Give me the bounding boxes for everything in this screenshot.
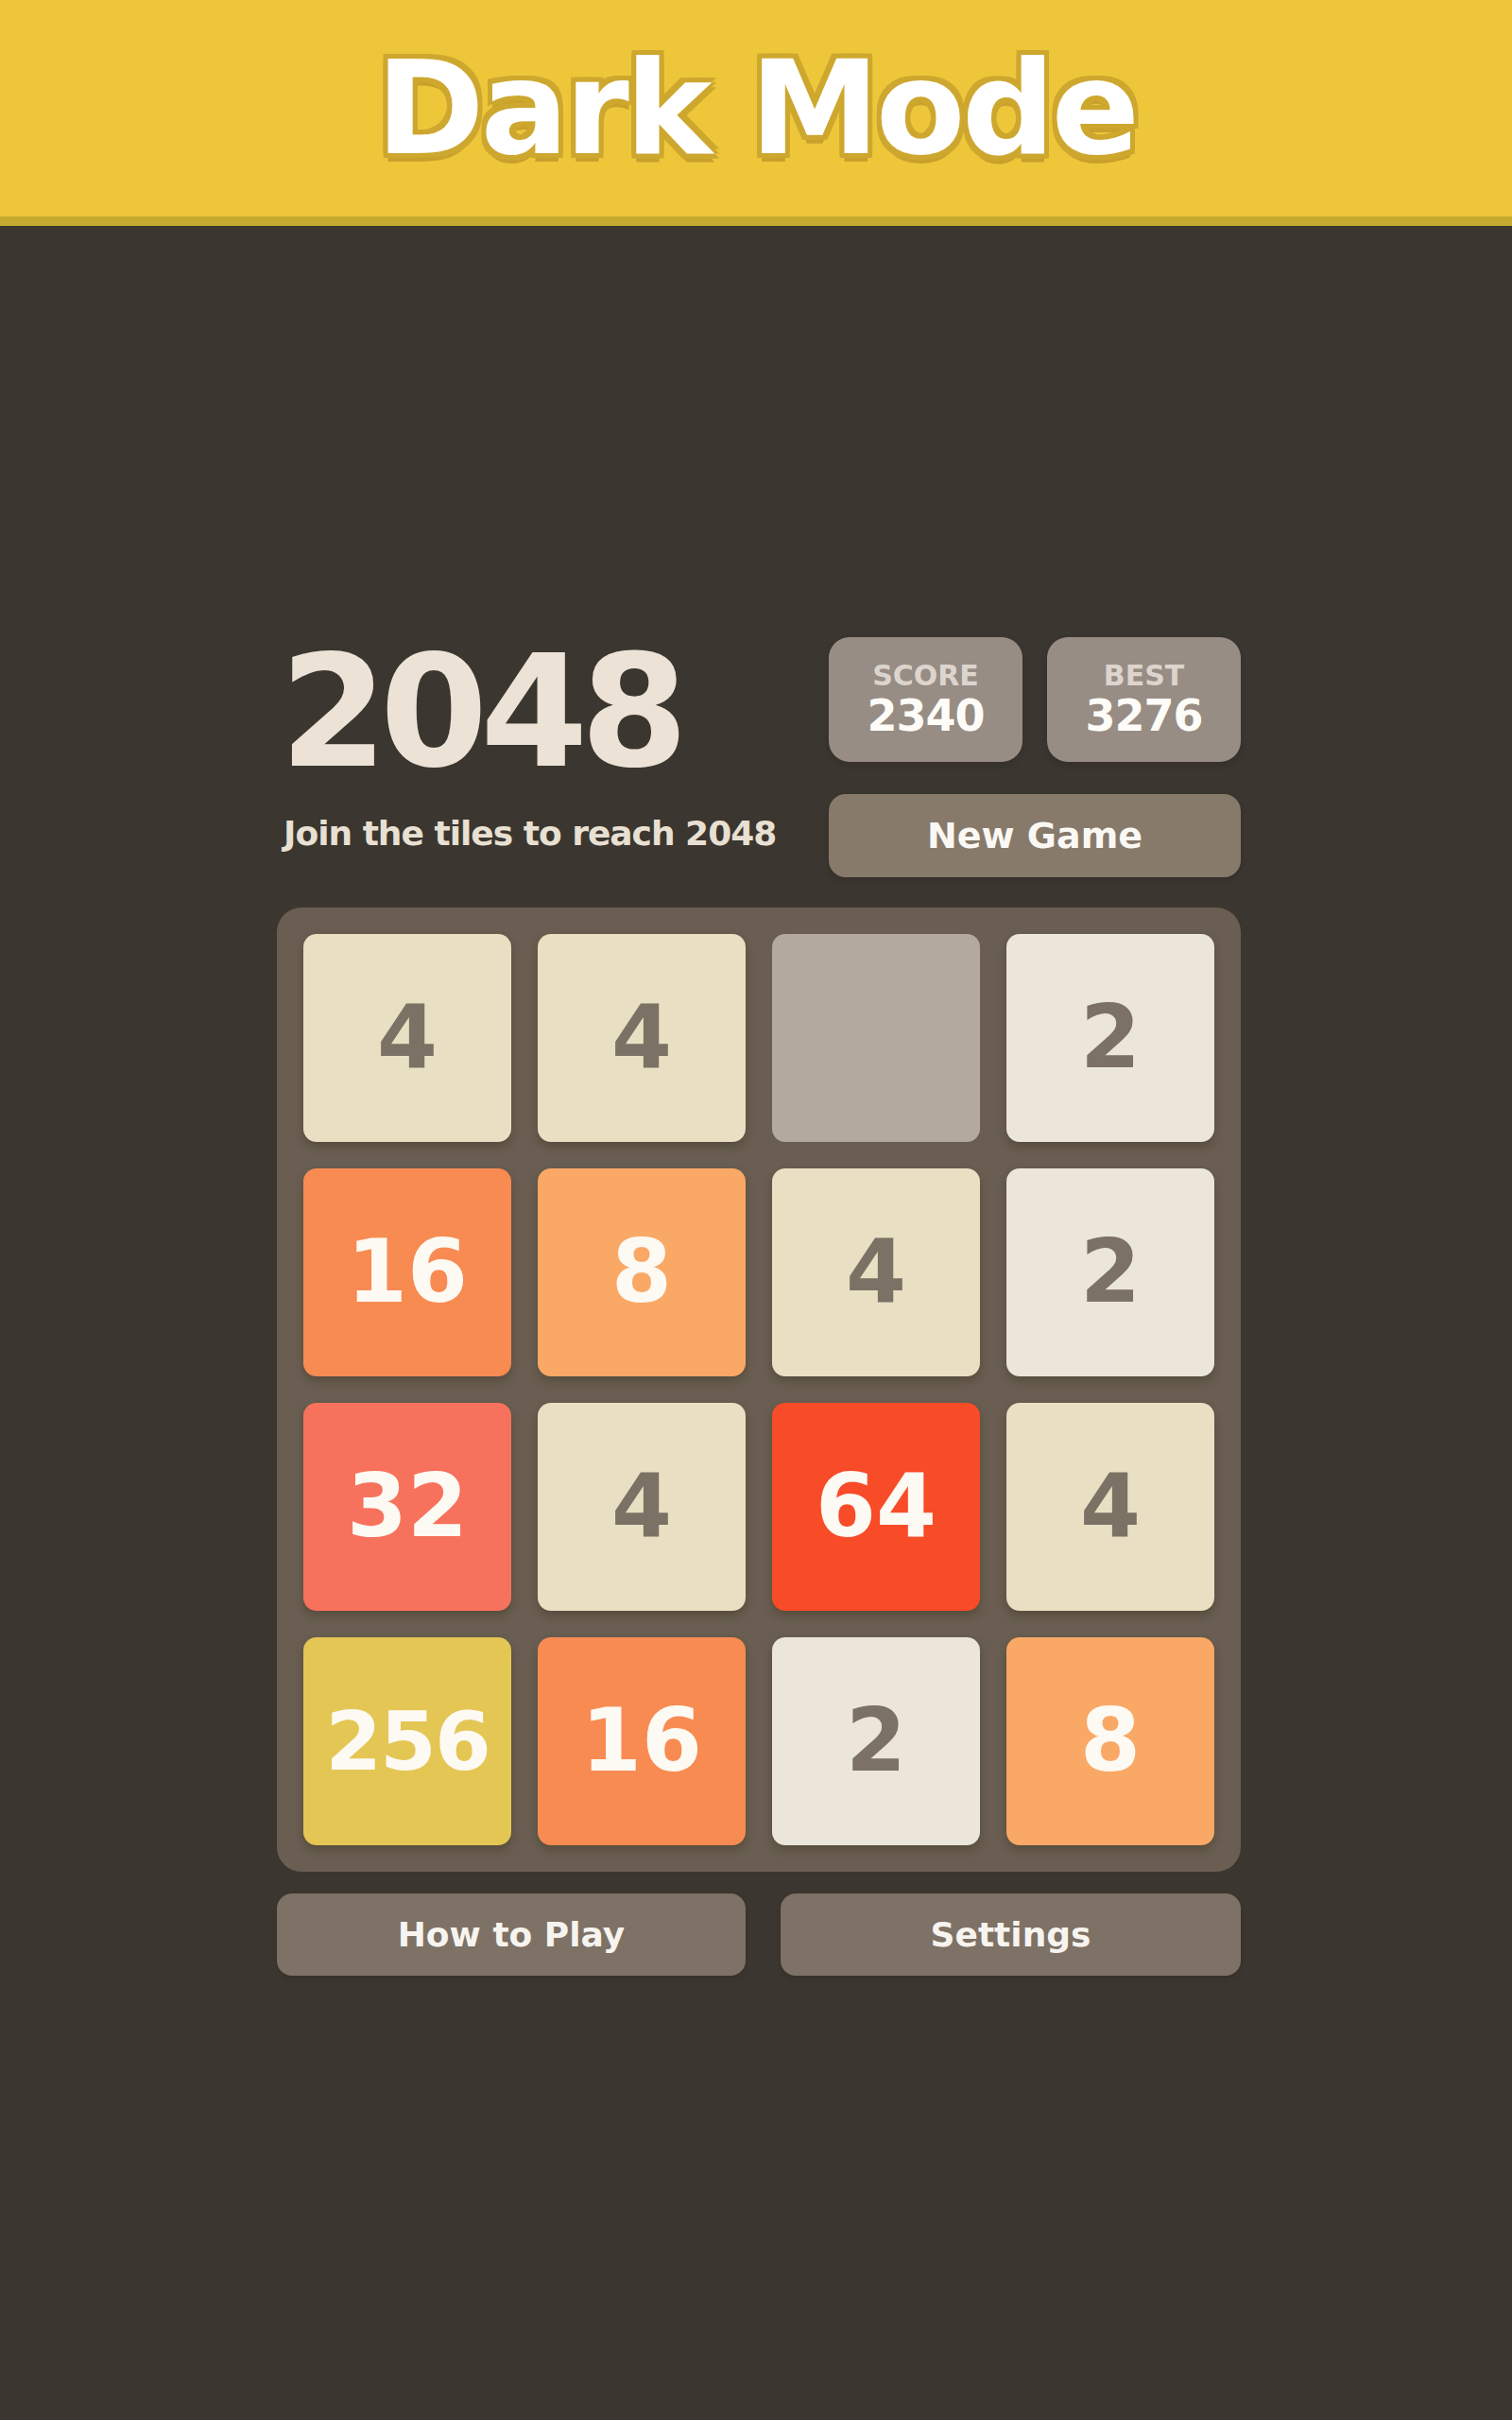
page-subtitle: Join the tiles to reach 2048	[283, 814, 776, 853]
tile-r1c4-2: 2	[1006, 934, 1214, 1142]
how-to-play-button[interactable]: How to Play	[277, 1893, 746, 1976]
tile-r3c1-32: 32	[303, 1403, 511, 1611]
tile-r4c2-16: 16	[538, 1637, 746, 1845]
banner-title: Dark Mode	[376, 43, 1136, 174]
page-title: 2048	[280, 635, 680, 790]
banner: Dark Mode	[0, 0, 1512, 216]
best-value: 3276	[1085, 693, 1202, 738]
best-label: BEST	[1104, 661, 1184, 691]
tile-r3c2-4: 4	[538, 1403, 746, 1611]
tile-r1c1-4: 4	[303, 934, 511, 1142]
score-label: SCORE	[872, 661, 979, 691]
tile-r3c4-4: 4	[1006, 1403, 1214, 1611]
new-game-button[interactable]: New Game	[829, 794, 1241, 877]
cell-r1c3-empty	[772, 934, 980, 1142]
game-board[interactable]: 442168423246442561628	[277, 907, 1241, 1872]
banner-strip	[0, 216, 1512, 226]
tile-r4c4-8: 8	[1006, 1637, 1214, 1845]
score-value: 2340	[867, 693, 984, 738]
tile-r4c1-256: 256	[303, 1637, 511, 1845]
tile-r3c3-64: 64	[772, 1403, 980, 1611]
tile-r2c1-16: 16	[303, 1168, 511, 1376]
tile-r4c3-2: 2	[772, 1637, 980, 1845]
tile-r1c2-4: 4	[538, 934, 746, 1142]
score-box: SCORE 2340	[829, 637, 1022, 762]
tile-r2c4-2: 2	[1006, 1168, 1214, 1376]
tile-r2c2-8: 8	[538, 1168, 746, 1376]
tile-r2c3-4: 4	[772, 1168, 980, 1376]
best-box: BEST 3276	[1047, 637, 1241, 762]
settings-button[interactable]: Settings	[781, 1893, 1241, 1976]
